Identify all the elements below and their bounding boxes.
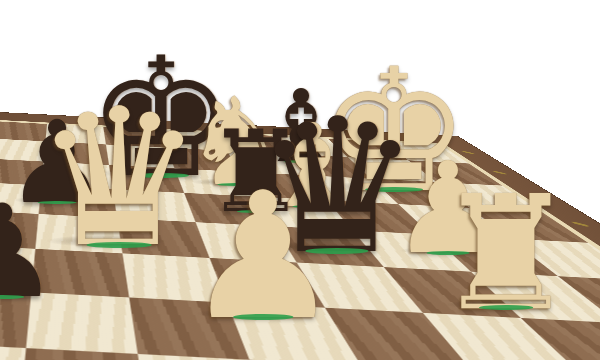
white-rook[interactable]: ♜ (427, 174, 585, 310)
black-pawn-edge[interactable]: ♟ (0, 188, 66, 298)
green-felt-base (87, 242, 152, 248)
white-pawn-center[interactable]: ♟ (176, 169, 351, 320)
chess-photo-scene: ♟♛♚♞♜♝♝♛♚♟♟♜♟ (0, 0, 600, 360)
green-felt-base (479, 305, 533, 310)
